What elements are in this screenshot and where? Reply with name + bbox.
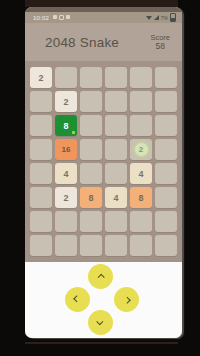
phone-frame-edge-bottom xyxy=(25,342,178,344)
board-cell xyxy=(30,211,52,232)
chevron-right-icon xyxy=(124,297,131,304)
board-cell xyxy=(105,211,127,232)
tile-value: 2 xyxy=(63,193,68,203)
board-cell xyxy=(155,67,177,88)
tile-4: 4 xyxy=(105,187,127,208)
tile-2: 2 xyxy=(55,187,77,208)
tile-8: 8 xyxy=(130,187,152,208)
snake-head-tile: 8 xyxy=(55,115,77,136)
move-down-button[interactable] xyxy=(88,310,113,335)
notification-icons xyxy=(53,15,70,20)
chevron-down-icon xyxy=(96,318,103,325)
controls-panel xyxy=(25,262,182,338)
app-title: 2048 Snake xyxy=(25,35,150,50)
tile-4: 4 xyxy=(130,163,152,184)
battery-icon xyxy=(170,13,176,22)
board-cell xyxy=(55,67,77,88)
battery-fill xyxy=(171,18,175,21)
notification-icon xyxy=(59,15,64,20)
app-header: 2048 Snake Score 58 xyxy=(25,23,182,61)
tile-value: 16 xyxy=(62,145,71,154)
move-up-button[interactable] xyxy=(88,264,113,289)
tile-8: 8 xyxy=(80,187,102,208)
tile-value: 2 xyxy=(38,73,43,83)
board-cell xyxy=(55,211,77,232)
phone-screen: 10:02 7% 2048 Snake Score 58 22816244284… xyxy=(25,7,182,338)
tile-value: 2 xyxy=(63,97,68,107)
board-cell xyxy=(105,235,127,256)
phone-frame: 10:02 7% 2048 Snake Score 58 22816244284… xyxy=(0,0,200,356)
tile-value: 4 xyxy=(63,169,68,179)
notification-icon xyxy=(66,15,70,19)
move-right-button[interactable] xyxy=(114,287,139,312)
tile-16: 16 xyxy=(55,139,77,160)
board: 228162442848 xyxy=(25,61,182,262)
board-cell xyxy=(130,91,152,112)
board-cell xyxy=(30,163,52,184)
board-cell xyxy=(80,211,102,232)
status-bar: 10:02 7% xyxy=(25,7,182,23)
board-cell xyxy=(30,115,52,136)
status-row: 10:02 7% xyxy=(25,13,182,22)
board-cell xyxy=(105,163,127,184)
board-cell xyxy=(155,115,177,136)
board-cell xyxy=(155,91,177,112)
board-cell xyxy=(155,211,177,232)
chevron-left-icon xyxy=(73,295,80,302)
battery-percent: 7% xyxy=(161,15,168,21)
tile-value: 4 xyxy=(113,193,118,203)
board-cell xyxy=(80,67,102,88)
board-cell xyxy=(105,67,127,88)
board-cell xyxy=(80,115,102,136)
tile-value: 8 xyxy=(88,193,93,203)
board-cell xyxy=(30,235,52,256)
board-cell xyxy=(105,139,127,160)
tile-4: 4 xyxy=(55,163,77,184)
board-cell xyxy=(105,91,127,112)
status-time: 10:02 xyxy=(33,15,49,21)
wifi-icon xyxy=(146,16,152,20)
tile-value: 8 xyxy=(63,121,68,131)
signal-icon xyxy=(154,15,159,20)
board-cell xyxy=(30,139,52,160)
board-cell xyxy=(130,67,152,88)
board-cell xyxy=(80,139,102,160)
phone-frame-edge-top xyxy=(25,0,178,7)
board-cell xyxy=(105,115,127,136)
board-cell xyxy=(130,235,152,256)
move-left-button[interactable] xyxy=(65,287,90,312)
score-panel: Score 58 xyxy=(150,34,170,51)
board-cell xyxy=(80,163,102,184)
score-value: 58 xyxy=(150,42,170,51)
board-cell xyxy=(30,91,52,112)
board-cell xyxy=(30,187,52,208)
chevron-up-icon xyxy=(98,274,105,281)
tile-2: 2 xyxy=(55,91,77,112)
board-cell xyxy=(80,235,102,256)
food-tile: 2 xyxy=(133,141,150,158)
snake-head-dot xyxy=(72,131,75,134)
tile-value: 4 xyxy=(138,169,143,179)
board-cell xyxy=(130,115,152,136)
tile-2: 2 xyxy=(30,67,52,88)
tile-value: 8 xyxy=(138,193,143,203)
board-cell xyxy=(80,91,102,112)
board-cell xyxy=(155,139,177,160)
board-cell xyxy=(155,163,177,184)
board-cell xyxy=(130,211,152,232)
board-cell: 2 xyxy=(130,139,152,160)
notification-icon xyxy=(53,15,57,19)
board-cell xyxy=(155,235,177,256)
board-cell xyxy=(155,187,177,208)
board-cell xyxy=(55,235,77,256)
